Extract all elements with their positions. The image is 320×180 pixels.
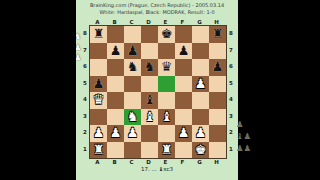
square-g5: ♟ [192,76,209,93]
piece-white-p: ♟ [195,76,207,93]
file-label-d: D [140,159,157,165]
piece-black-r: ♜ [212,26,224,43]
square-c6: ♞ [124,59,141,76]
square-b7: ♟ [107,43,124,60]
piece-white-p: ♟ [178,125,190,142]
square-f1 [175,142,192,159]
square-a8: ♜ [90,26,107,43]
piece-white-b: ♝ [161,109,173,126]
square-f4 [175,92,192,109]
square-b4 [107,92,124,109]
square-a4: ♛ [90,92,107,109]
rank-label-7: 7 [228,42,234,59]
square-f8 [175,26,192,43]
square-d1 [141,142,158,159]
square-b2: ♟ [107,125,124,142]
file-label-b: B [106,159,123,165]
rank-label-5: 5 [228,75,234,92]
square-d3: ♝ [141,109,158,126]
captured-black-pieces-row: ♝♟ [236,130,250,142]
square-d5 [141,76,158,93]
square-f2: ♟ [175,125,192,142]
rank-label-6: 6 [228,58,234,75]
piece-black-p: ♟ [127,43,139,60]
piece-white-r: ♜ [161,142,173,159]
square-g7 [192,43,209,60]
letterboxed-screenshot: { "game": "chess", "header": { "line1": … [0,0,320,180]
square-h7 [209,43,226,60]
square-c5 [124,76,141,93]
square-d4: ♝ [141,92,158,109]
piece-black-n: ♞ [127,59,139,76]
square-h6: ♟ [209,59,226,76]
square-c1 [124,142,141,159]
rank-labels-right: 87654321 [228,25,234,157]
rank-label-5: 5 [82,75,88,92]
move-caption: 17. ... ♝xc3 [76,166,238,172]
rank-label-4: 4 [82,91,88,108]
square-g6 [192,59,209,76]
square-c8 [124,26,141,43]
file-labels-bottom: ABCDEFGH [89,159,225,165]
square-h2 [209,125,226,142]
captured-black-pieces-row: ♟ [236,118,250,130]
piece-black-b: ♝ [144,92,156,109]
square-a6 [90,59,107,76]
square-g8 [192,26,209,43]
piece-black-n: ♞ [144,59,156,76]
piece-black-k: ♚ [161,26,173,43]
square-a1: ♜ [90,142,107,159]
square-b5 [107,76,124,93]
piece-black-p: ♟ [212,59,224,76]
file-label-c: C [123,159,140,165]
square-c3: ♞ [124,109,141,126]
square-d7 [141,43,158,60]
piece-black-p: ♟ [93,76,105,93]
square-f7: ♟ [175,43,192,60]
rank-label-3: 3 [228,108,234,125]
square-e1: ♜ [158,142,175,159]
square-b1 [107,142,124,159]
captured-black-pieces-row: ♟♟ [236,142,250,154]
file-label-f: F [174,159,191,165]
piece-white-r: ♜ [93,142,105,159]
square-f5 [175,76,192,93]
square-h5 [209,76,226,93]
file-label-h: H [208,159,225,165]
square-e3: ♝ [158,109,175,126]
square-a7 [90,43,107,60]
chess-board: ♜♚♜♟♟♟♞♞♛♟♟♟♛♝♞♝♝♟♟♟♟♟♜♜♚ [89,25,227,159]
square-d6: ♞ [141,59,158,76]
piece-black-q: ♛ [161,59,173,76]
piece-white-k: ♚ [195,142,207,159]
square-h3 [209,109,226,126]
piece-white-p: ♟ [93,125,105,142]
diagram-panel: BrainKing.com (Prague, Czech Republic) -… [76,0,238,180]
square-c4 [124,92,141,109]
rank-label-3: 3 [82,108,88,125]
rank-label-2: 2 [228,124,234,141]
file-label-a: A [89,159,106,165]
piece-white-p: ♟ [195,125,207,142]
square-b3 [107,109,124,126]
square-f3 [175,109,192,126]
square-g4 [192,92,209,109]
square-b8 [107,26,124,43]
square-c2: ♟ [124,125,141,142]
square-h8: ♜ [209,26,226,43]
square-g3 [192,109,209,126]
piece-white-b: ♝ [144,109,156,126]
square-e2 [158,125,175,142]
rank-label-4: 4 [228,91,234,108]
square-d2 [141,125,158,142]
file-label-g: G [191,159,208,165]
piece-black-p: ♟ [110,43,122,60]
captured-white-n-icon: ♞ [76,31,85,42]
square-g1: ♚ [192,142,209,159]
square-a2: ♟ [90,125,107,142]
piece-white-n: ♞ [127,109,139,126]
captured-white-p-icon: ♟ [76,52,85,63]
piece-black-r: ♜ [93,26,105,43]
square-e7 [158,43,175,60]
rank-label-8: 8 [228,25,234,42]
square-d8 [141,26,158,43]
rank-label-2: 2 [82,124,88,141]
captured-white-p-icon: ♟ [76,42,85,53]
piece-white-p: ♟ [127,125,139,142]
game-header-line1: BrainKing.com (Prague, Czech Republic) -… [76,2,238,9]
piece-white-q: ♛ [93,92,105,109]
square-e4 [158,92,175,109]
captured-black-pieces-column: ♟♝♟♟♟ [236,118,250,154]
square-f6 [175,59,192,76]
rank-label-1: 1 [228,141,234,158]
square-e5 [158,76,175,93]
square-a3 [90,109,107,126]
rank-label-1: 1 [82,141,88,158]
square-e6: ♛ [158,59,175,76]
square-e8: ♚ [158,26,175,43]
square-c7: ♟ [124,43,141,60]
square-b6 [107,59,124,76]
captured-white-pieces-column: ♞♟♟ [76,31,85,63]
game-header-line2: White: Hardaspal, Black: MODRAK, Result:… [76,9,238,16]
square-a5: ♟ [90,76,107,93]
file-label-e: E [157,159,174,165]
piece-black-p: ♟ [178,43,190,60]
square-h1 [209,142,226,159]
square-h4 [209,92,226,109]
square-g2: ♟ [192,125,209,142]
piece-white-p: ♟ [110,125,122,142]
